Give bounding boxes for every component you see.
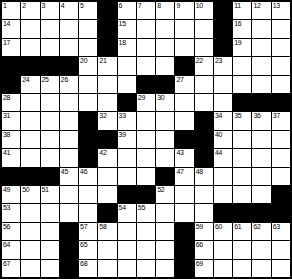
crossword-board: 1234567891011121314151617181920212223242…: [0, 0, 292, 279]
crossword-cell[interactable]: [118, 241, 136, 258]
clue-number: 48: [196, 168, 203, 176]
black-square: [252, 94, 270, 111]
crossword-cell[interactable]: 34: [214, 112, 232, 129]
black-square: [233, 204, 251, 221]
crossword-cell[interactable]: [21, 241, 39, 258]
crossword-cell[interactable]: [41, 260, 59, 277]
crossword-cell[interactable]: [98, 241, 116, 258]
crossword-cell[interactable]: 2: [21, 2, 39, 19]
crossword-cell[interactable]: [156, 131, 174, 148]
crossword-cell[interactable]: [272, 39, 290, 56]
clue-number: 32: [99, 112, 106, 120]
crossword-cell[interactable]: [175, 20, 193, 37]
black-square: [156, 168, 174, 185]
crossword-cell[interactable]: [60, 39, 78, 56]
crossword-cell[interactable]: [214, 260, 232, 277]
clue-number: 6: [119, 2, 123, 10]
crossword-cell[interactable]: [98, 186, 116, 203]
black-square: [98, 204, 116, 221]
crossword-cell[interactable]: [79, 204, 97, 221]
crossword-cell[interactable]: [233, 57, 251, 74]
crossword-cell[interactable]: [252, 149, 270, 166]
clue-number: 16: [234, 20, 241, 28]
crossword-cell[interactable]: [214, 94, 232, 111]
crossword-cell[interactable]: 63: [272, 223, 290, 240]
crossword-cell[interactable]: [175, 186, 193, 203]
crossword-cell[interactable]: 59: [195, 223, 213, 240]
clue-number: 47: [176, 168, 183, 176]
crossword-cell[interactable]: [118, 223, 136, 240]
black-square: [195, 112, 213, 129]
crossword-cell[interactable]: 36: [252, 112, 270, 129]
black-square: [60, 57, 78, 74]
black-square: [79, 149, 97, 166]
clue-number: 65: [80, 241, 87, 249]
crossword-cell[interactable]: [195, 20, 213, 37]
crossword-cell[interactable]: [21, 204, 39, 221]
crossword-cell[interactable]: [137, 241, 155, 258]
crossword-cell[interactable]: [98, 260, 116, 277]
crossword-cell[interactable]: [60, 204, 78, 221]
clue-number: 64: [3, 241, 10, 249]
crossword-cell[interactable]: 31: [2, 112, 20, 129]
crossword-cell[interactable]: 68: [79, 260, 97, 277]
crossword-cell[interactable]: [214, 76, 232, 93]
clue-number: 54: [119, 204, 126, 212]
crossword-cell[interactable]: [156, 20, 174, 37]
crossword-cell[interactable]: [79, 94, 97, 111]
crossword-cell[interactable]: 35: [233, 112, 251, 129]
clue-number: 20: [80, 57, 87, 65]
clue-number: 24: [22, 76, 29, 84]
crossword-cell[interactable]: [98, 94, 116, 111]
clue-number: 28: [3, 94, 10, 102]
clue-number: 63: [273, 223, 280, 231]
crossword-cell[interactable]: [252, 186, 270, 203]
black-square: [41, 57, 59, 74]
crossword-cell[interactable]: [233, 76, 251, 93]
clue-number: 23: [215, 57, 222, 65]
clue-number: 49: [3, 186, 10, 194]
crossword-cell[interactable]: [272, 168, 290, 185]
black-square: [214, 2, 232, 19]
black-square: [79, 131, 97, 148]
crossword-cell[interactable]: [272, 57, 290, 74]
crossword-cell[interactable]: [21, 260, 39, 277]
crossword-cell[interactable]: [60, 112, 78, 129]
crossword-cell[interactable]: [41, 241, 59, 258]
clue-number: 7: [138, 2, 142, 10]
clue-number: 30: [157, 94, 164, 102]
clue-number: 45: [61, 168, 68, 176]
crossword-cell[interactable]: [118, 260, 136, 277]
crossword-cell[interactable]: [175, 112, 193, 129]
crossword-cell[interactable]: [195, 39, 213, 56]
black-square: [214, 39, 232, 56]
crossword-cell[interactable]: 66: [195, 241, 213, 258]
crossword-cell[interactable]: [252, 39, 270, 56]
black-square: [233, 94, 251, 111]
crossword-cell[interactable]: 51: [41, 186, 59, 203]
clue-number: 27: [176, 76, 183, 84]
crossword-cell[interactable]: [60, 186, 78, 203]
crossword-cell[interactable]: 13: [272, 2, 290, 19]
crossword-cell[interactable]: [156, 204, 174, 221]
crossword-cell[interactable]: [195, 94, 213, 111]
clue-number: 4: [61, 2, 65, 10]
crossword-cell[interactable]: [156, 223, 174, 240]
crossword-cell[interactable]: [137, 39, 155, 56]
crossword-cell[interactable]: [195, 204, 213, 221]
crossword-cell[interactable]: 62: [252, 223, 270, 240]
crossword-cell[interactable]: [272, 20, 290, 37]
crossword-cell[interactable]: 19: [233, 39, 251, 56]
crossword-cell[interactable]: 24: [21, 76, 39, 93]
crossword-cell[interactable]: [156, 260, 174, 277]
clue-number: 35: [234, 112, 241, 120]
crossword-cell[interactable]: 23: [214, 57, 232, 74]
crossword-cell[interactable]: 60: [214, 223, 232, 240]
crossword-cell[interactable]: [79, 76, 97, 93]
black-square: [272, 186, 290, 203]
crossword-cell[interactable]: [60, 149, 78, 166]
crossword-cell[interactable]: [233, 168, 251, 185]
crossword-cell[interactable]: [137, 112, 155, 129]
crossword-cell[interactable]: [272, 241, 290, 258]
clue-number: 36: [253, 112, 260, 120]
crossword-cell[interactable]: [156, 39, 174, 56]
crossword-cell[interactable]: [252, 131, 270, 148]
crossword-cell[interactable]: [60, 20, 78, 37]
clue-number: 66: [196, 241, 203, 249]
crossword-cell[interactable]: [175, 39, 193, 56]
crossword-cell[interactable]: 12: [252, 2, 270, 19]
black-square: [195, 149, 213, 166]
black-square: [272, 94, 290, 111]
clue-number: 42: [99, 149, 106, 157]
crossword-cell[interactable]: [137, 260, 155, 277]
crossword-cell[interactable]: [156, 57, 174, 74]
black-square: [98, 2, 116, 19]
clue-number: 37: [273, 112, 280, 120]
clue-number: 22: [196, 57, 203, 65]
crossword-cell[interactable]: [156, 241, 174, 258]
black-square: [175, 223, 193, 240]
crossword-cell[interactable]: [137, 131, 155, 148]
crossword-cell[interactable]: [21, 131, 39, 148]
crossword-cell[interactable]: 67: [2, 260, 20, 277]
clue-number: 3: [42, 2, 46, 10]
clue-number: 9: [176, 2, 180, 10]
black-square: [98, 20, 116, 37]
black-square: [175, 57, 193, 74]
black-square: [118, 94, 136, 111]
crossword-cell[interactable]: [175, 204, 193, 221]
black-square: [214, 20, 232, 37]
clue-number: 25: [42, 76, 49, 84]
crossword-cell[interactable]: [195, 76, 213, 93]
clue-number: 34: [215, 112, 222, 120]
crossword-cell[interactable]: [21, 112, 39, 129]
crossword-cell[interactable]: [272, 149, 290, 166]
crossword-cell[interactable]: [21, 223, 39, 240]
crossword-cell[interactable]: 44: [214, 149, 232, 166]
crossword-cell[interactable]: 38: [2, 131, 20, 148]
crossword-cell[interactable]: 26: [60, 76, 78, 93]
clue-number: 11: [234, 2, 241, 10]
clue-number: 26: [61, 76, 68, 84]
crossword-cell[interactable]: [60, 94, 78, 111]
crossword-cell[interactable]: 43: [175, 149, 193, 166]
crossword-cell[interactable]: [272, 76, 290, 93]
clue-number: 52: [157, 186, 164, 194]
crossword-cell[interactable]: 33: [118, 112, 136, 129]
clue-number: 10: [196, 2, 203, 10]
black-square: [2, 168, 20, 185]
crossword-cell[interactable]: [41, 20, 59, 37]
crossword-cell[interactable]: 8: [156, 2, 174, 19]
clue-number: 53: [3, 204, 10, 212]
crossword-cell[interactable]: 56: [2, 223, 20, 240]
clue-number: 57: [80, 223, 87, 231]
clue-number: 69: [196, 260, 203, 268]
clue-number: 68: [80, 260, 87, 268]
crossword-cell[interactable]: [41, 223, 59, 240]
crossword-cell[interactable]: 53: [2, 204, 20, 221]
crossword-cell[interactable]: [272, 260, 290, 277]
crossword-cell[interactable]: 3: [41, 2, 59, 19]
crossword-cell[interactable]: 46: [79, 168, 97, 185]
black-square: [41, 168, 59, 185]
crossword-cell[interactable]: 5: [79, 2, 97, 19]
clue-number: 31: [3, 112, 10, 120]
crossword-cell[interactable]: 4: [60, 2, 78, 19]
crossword-cell[interactable]: 58: [98, 223, 116, 240]
crossword-cell[interactable]: 16: [233, 20, 251, 37]
clue-number: 41: [3, 149, 10, 157]
crossword-cell[interactable]: 54: [118, 204, 136, 221]
crossword-cell[interactable]: 55: [137, 204, 155, 221]
crossword-cell[interactable]: 69: [195, 260, 213, 277]
crossword-cell[interactable]: [41, 204, 59, 221]
clue-number: 44: [215, 149, 222, 157]
crossword-cell[interactable]: [233, 241, 251, 258]
black-square: [98, 39, 116, 56]
crossword-cell[interactable]: [233, 186, 251, 203]
crossword-cell[interactable]: [79, 39, 97, 56]
crossword-cell[interactable]: [156, 112, 174, 129]
black-square: [252, 204, 270, 221]
crossword-cell[interactable]: 64: [2, 241, 20, 258]
clue-number: 13: [273, 2, 280, 10]
clue-number: 62: [253, 223, 260, 231]
crossword-cell[interactable]: [98, 76, 116, 93]
crossword-cell[interactable]: 42: [98, 149, 116, 166]
crossword-cell[interactable]: [214, 241, 232, 258]
clue-number: 61: [234, 223, 241, 231]
crossword-cell[interactable]: [41, 39, 59, 56]
black-square: [21, 57, 39, 74]
crossword-cell[interactable]: [137, 223, 155, 240]
crossword-cell[interactable]: [41, 94, 59, 111]
clue-number: 67: [3, 260, 10, 268]
crossword-cell[interactable]: 32: [98, 112, 116, 129]
crossword-cell[interactable]: [79, 186, 97, 203]
crossword-cell[interactable]: 7: [137, 2, 155, 19]
crossword-cell[interactable]: 25: [41, 76, 59, 93]
crossword-cell[interactable]: [137, 57, 155, 74]
crossword-cell[interactable]: 17: [2, 39, 20, 56]
crossword-cell[interactable]: [118, 168, 136, 185]
crossword-cell[interactable]: [252, 76, 270, 93]
clue-number: 40: [215, 131, 222, 139]
crossword-cell[interactable]: 27: [175, 76, 193, 93]
black-square: [60, 241, 78, 258]
crossword-cell[interactable]: [233, 260, 251, 277]
clue-number: 58: [99, 223, 106, 231]
crossword-cell[interactable]: 57: [79, 223, 97, 240]
clue-number: 39: [119, 131, 126, 139]
crossword-cell[interactable]: 18: [118, 39, 136, 56]
clue-number: 1: [3, 2, 7, 10]
clue-number: 12: [253, 2, 260, 10]
clue-number: 2: [22, 2, 26, 10]
crossword-cell[interactable]: 20: [79, 57, 97, 74]
clue-number: 8: [157, 2, 161, 10]
clue-number: 51: [42, 186, 49, 194]
clue-number: 29: [138, 94, 145, 102]
black-square: [195, 131, 213, 148]
clue-number: 17: [3, 39, 10, 47]
black-square: [137, 186, 155, 203]
crossword-cell[interactable]: 40: [214, 131, 232, 148]
crossword-cell[interactable]: 15: [118, 20, 136, 37]
clue-number: 56: [3, 223, 10, 231]
crossword-cell[interactable]: 47: [175, 168, 193, 185]
crossword-cell[interactable]: [272, 131, 290, 148]
crossword-cell[interactable]: [21, 149, 39, 166]
crossword-cell[interactable]: 45: [60, 168, 78, 185]
crossword-cell[interactable]: [118, 149, 136, 166]
crossword-cell[interactable]: 28: [2, 94, 20, 111]
clue-number: 60: [215, 223, 222, 231]
crossword-cell[interactable]: 22: [195, 57, 213, 74]
crossword-cell[interactable]: [79, 20, 97, 37]
crossword-cell[interactable]: [21, 94, 39, 111]
clue-number: 55: [138, 204, 145, 212]
clue-number: 19: [234, 39, 241, 47]
black-square: [137, 76, 155, 93]
crossword-cell[interactable]: [252, 241, 270, 258]
crossword-cell[interactable]: 50: [21, 186, 39, 203]
crossword-cell[interactable]: [233, 149, 251, 166]
crossword-cell[interactable]: [21, 39, 39, 56]
crossword-cell[interactable]: 61: [233, 223, 251, 240]
crossword-cell[interactable]: [41, 112, 59, 129]
black-square: [79, 112, 97, 129]
clue-number: 46: [80, 168, 87, 176]
crossword-cell[interactable]: 11: [233, 2, 251, 19]
clue-number: 50: [22, 186, 29, 194]
clue-number: 59: [196, 223, 203, 231]
clue-number: 18: [119, 39, 126, 47]
crossword-cell[interactable]: [156, 149, 174, 166]
crossword-cell[interactable]: 37: [272, 112, 290, 129]
black-square: [214, 204, 232, 221]
black-square: [175, 241, 193, 258]
crossword-cell[interactable]: 9: [175, 2, 193, 19]
crossword-cell[interactable]: 10: [195, 2, 213, 19]
crossword-cell[interactable]: [41, 149, 59, 166]
crossword-cell[interactable]: [98, 168, 116, 185]
crossword-cell[interactable]: [118, 57, 136, 74]
crossword-cell[interactable]: [118, 76, 136, 93]
black-square: [2, 76, 20, 93]
crossword-cell[interactable]: 30: [156, 94, 174, 111]
crossword-cell[interactable]: 48: [195, 168, 213, 185]
crossword-cell[interactable]: 52: [156, 186, 174, 203]
crossword-cell[interactable]: [233, 131, 251, 148]
black-square: [98, 131, 116, 148]
clue-number: 14: [3, 20, 10, 28]
crossword-cell[interactable]: 6: [118, 2, 136, 19]
crossword-cell[interactable]: 21: [98, 57, 116, 74]
crossword-cell[interactable]: [137, 168, 155, 185]
crossword-cell[interactable]: [175, 94, 193, 111]
crossword-cell[interactable]: [21, 20, 39, 37]
black-square: [118, 186, 136, 203]
crossword-cell[interactable]: 29: [137, 94, 155, 111]
clue-number: 15: [119, 20, 126, 28]
crossword-cell[interactable]: 65: [79, 241, 97, 258]
black-square: [175, 131, 193, 148]
crossword-cell[interactable]: 39: [118, 131, 136, 148]
crossword-cell[interactable]: [214, 168, 232, 185]
black-square: [21, 168, 39, 185]
crossword-cell[interactable]: [195, 186, 213, 203]
crossword-cell[interactable]: [137, 20, 155, 37]
crossword-cell[interactable]: 41: [2, 149, 20, 166]
clue-number: 43: [176, 149, 183, 157]
clue-number: 5: [80, 2, 84, 10]
crossword-cell[interactable]: [252, 57, 270, 74]
crossword-cell[interactable]: [214, 186, 232, 203]
crossword-cell[interactable]: [137, 149, 155, 166]
crossword-cell[interactable]: 1: [2, 2, 20, 19]
black-square: [175, 260, 193, 277]
black-square: [2, 57, 20, 74]
black-square: [272, 204, 290, 221]
black-square: [60, 223, 78, 240]
crossword-cell[interactable]: [252, 260, 270, 277]
crossword-grid: 1234567891011121314151617181920212223242…: [0, 0, 292, 279]
crossword-cell[interactable]: [252, 20, 270, 37]
crossword-cell[interactable]: [252, 168, 270, 185]
black-square: [60, 260, 78, 277]
crossword-cell[interactable]: [60, 131, 78, 148]
clue-number: 38: [3, 131, 10, 139]
black-square: [156, 76, 174, 93]
clue-number: 33: [119, 112, 126, 120]
clue-number: 21: [99, 57, 106, 65]
crossword-cell[interactable]: 49: [2, 186, 20, 203]
crossword-cell[interactable]: [41, 131, 59, 148]
crossword-cell[interactable]: 14: [2, 20, 20, 37]
